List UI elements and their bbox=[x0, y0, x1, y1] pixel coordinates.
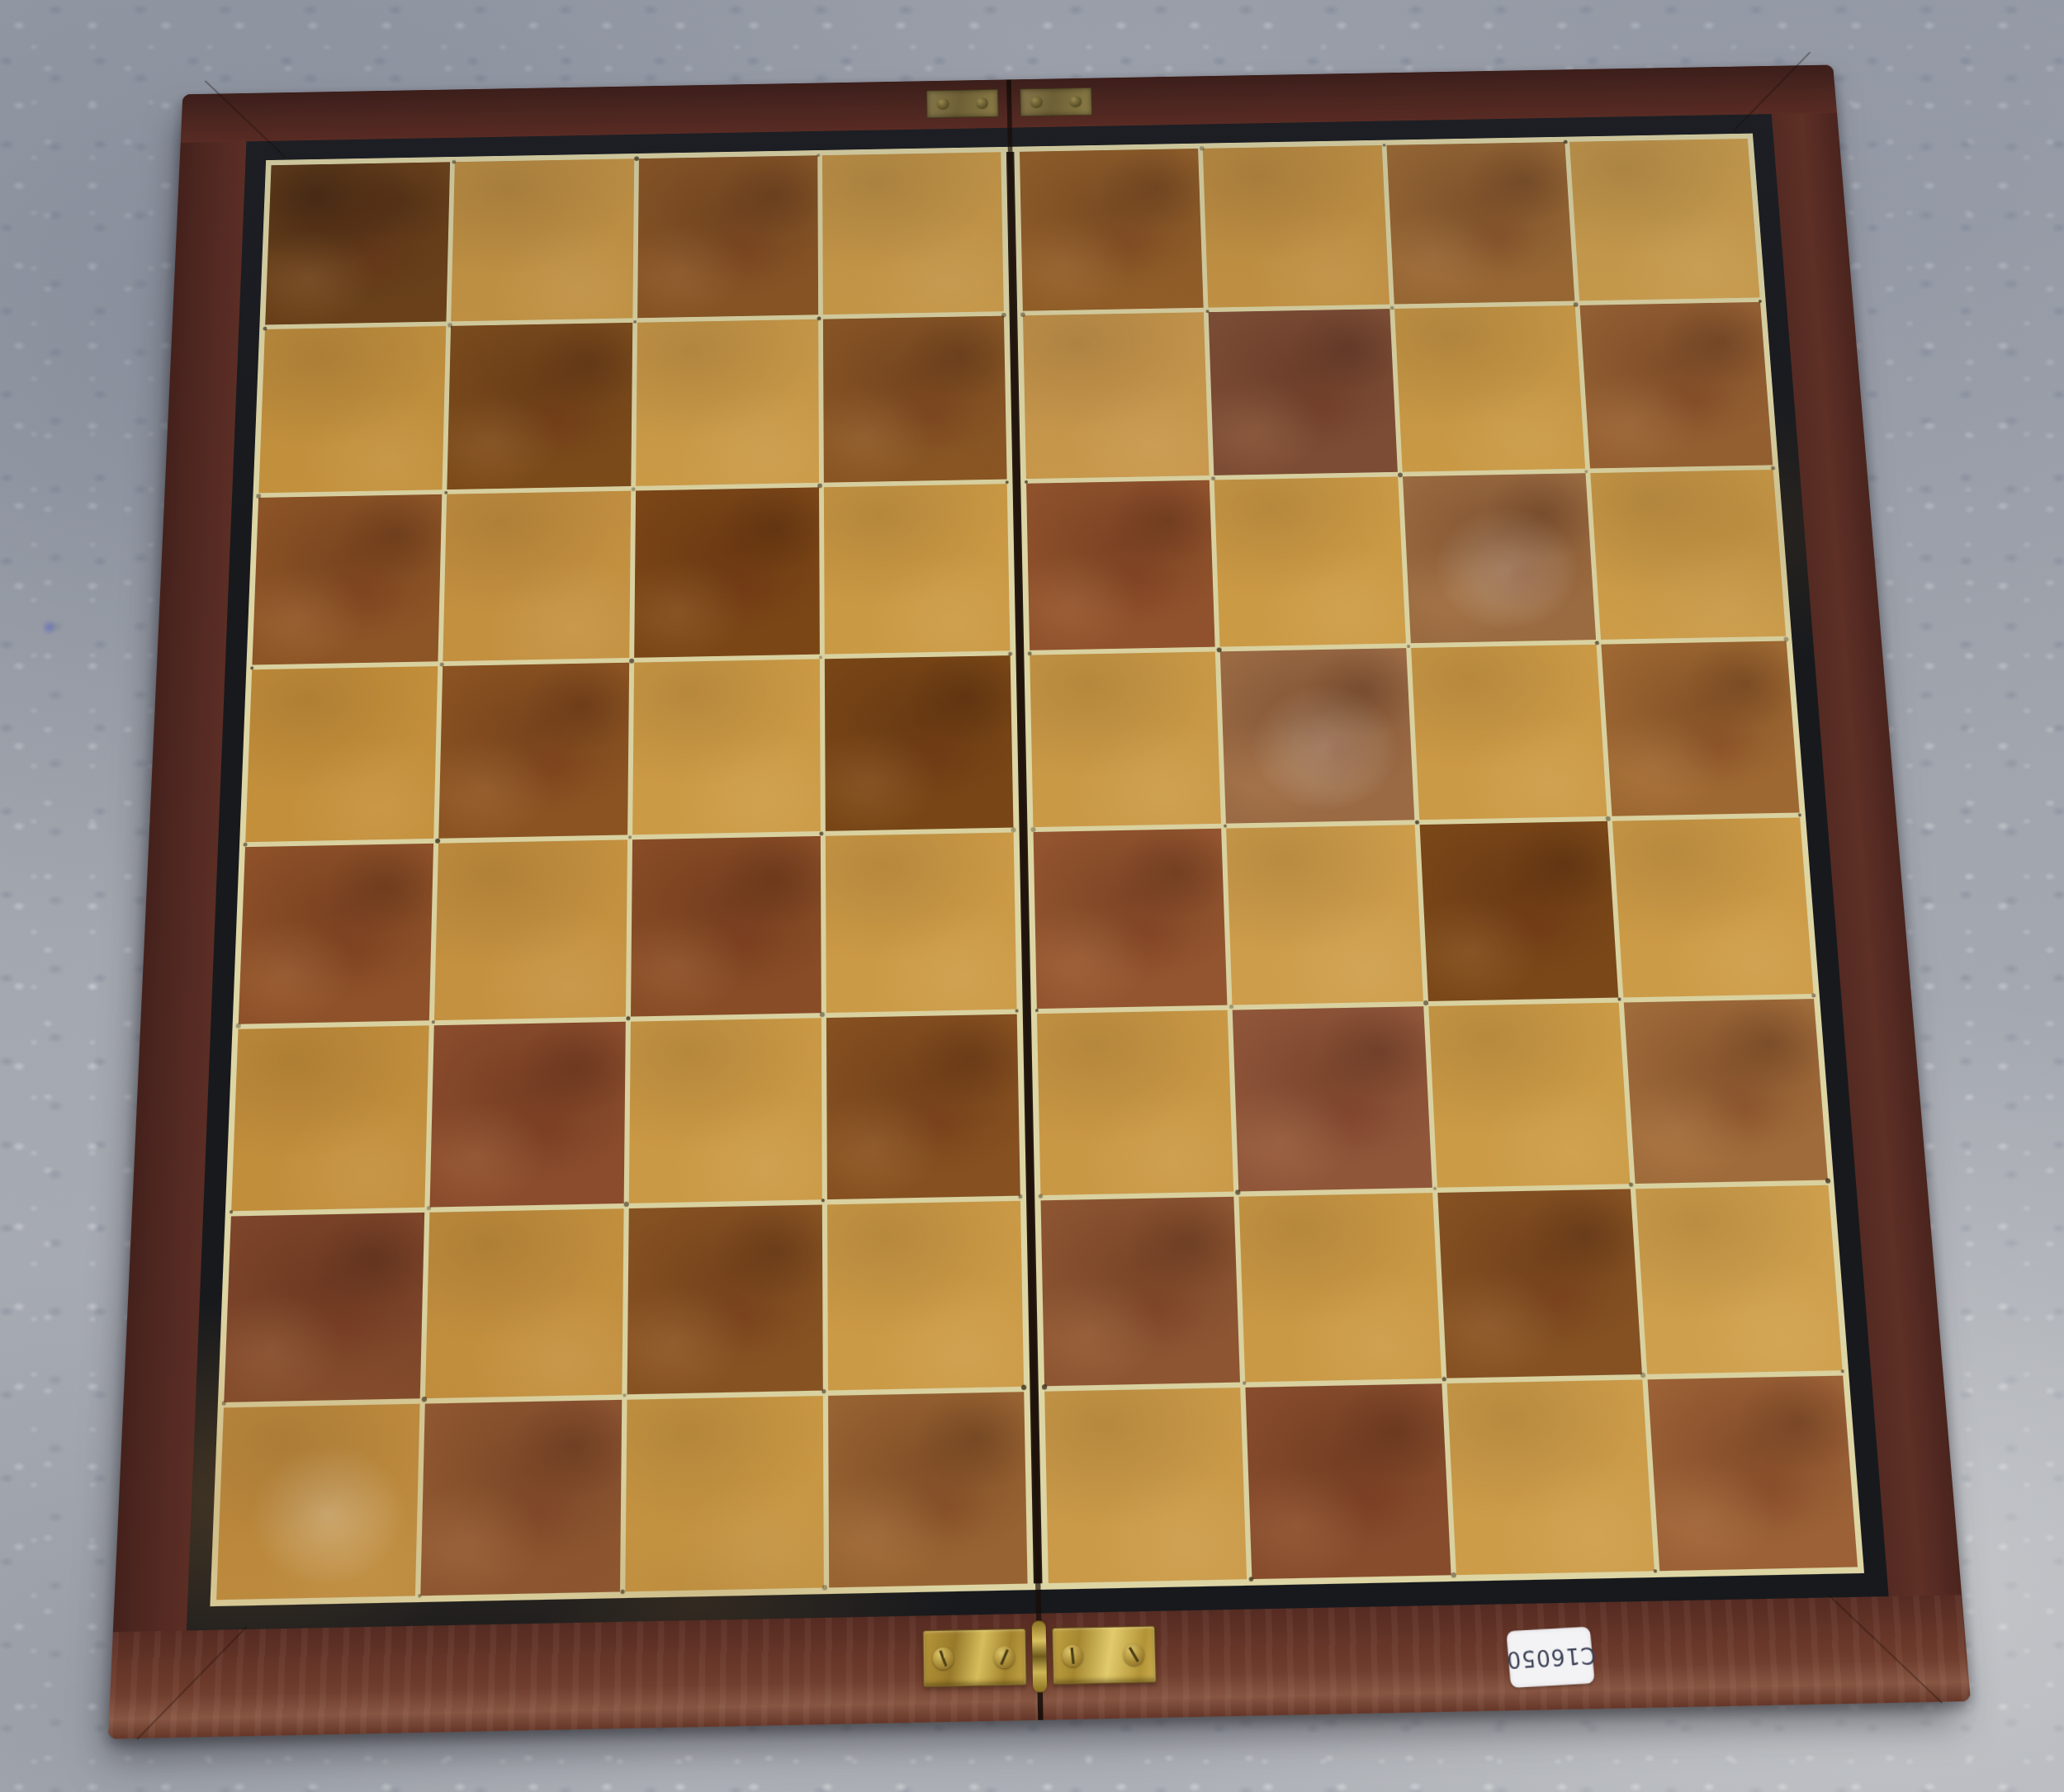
square-r1c8 bbox=[1569, 139, 1760, 300]
board-half-left bbox=[216, 152, 1034, 1600]
pin-dot bbox=[820, 831, 824, 835]
square-r2c1 bbox=[258, 326, 446, 493]
pin-dot bbox=[1441, 1377, 1446, 1381]
square-r7c7 bbox=[1437, 1189, 1642, 1378]
square-r1c6 bbox=[1203, 145, 1389, 307]
square-r2c3 bbox=[636, 319, 819, 486]
square-r4c7 bbox=[1411, 645, 1607, 820]
pin-dot bbox=[1015, 1009, 1019, 1013]
square-r2c2 bbox=[447, 323, 632, 489]
square-r2c6 bbox=[1209, 309, 1398, 475]
black-border-band bbox=[187, 114, 1889, 1630]
square-r8c1 bbox=[216, 1404, 420, 1600]
square-r6c6 bbox=[1233, 1006, 1432, 1191]
pin-dot bbox=[1224, 825, 1227, 828]
square-r3c3 bbox=[634, 487, 820, 658]
square-r5c7 bbox=[1419, 821, 1618, 1001]
square-r7c3 bbox=[627, 1204, 822, 1395]
square-r5c8 bbox=[1612, 817, 1814, 997]
square-r1c2 bbox=[451, 158, 633, 321]
square-r8c7 bbox=[1446, 1380, 1655, 1575]
pin-dot bbox=[626, 1016, 630, 1020]
pin-dot bbox=[243, 843, 247, 847]
square-r1c7 bbox=[1386, 142, 1574, 304]
pin-dot bbox=[633, 320, 637, 324]
square-r8c6 bbox=[1246, 1383, 1451, 1579]
square-r1c5 bbox=[1020, 149, 1204, 311]
pin-dot bbox=[236, 1024, 241, 1028]
square-r2c8 bbox=[1579, 302, 1773, 468]
square-r8c2 bbox=[421, 1400, 622, 1596]
pin-dot bbox=[820, 1012, 825, 1017]
square-r3c4 bbox=[824, 484, 1011, 655]
pin-dot bbox=[1811, 993, 1815, 997]
square-r7c4 bbox=[827, 1200, 1024, 1390]
square-r4c3 bbox=[632, 660, 821, 835]
square-r1c1 bbox=[265, 162, 450, 324]
square-r6c4 bbox=[826, 1014, 1020, 1199]
square-r8c8 bbox=[1647, 1376, 1858, 1571]
pin-dot bbox=[1798, 813, 1801, 816]
square-r8c5 bbox=[1044, 1388, 1247, 1583]
square-r1c3 bbox=[637, 155, 818, 318]
square-r8c3 bbox=[625, 1396, 824, 1591]
square-r6c3 bbox=[628, 1018, 821, 1203]
pin-dot bbox=[1035, 1009, 1039, 1012]
pin-dot bbox=[821, 1199, 825, 1202]
square-r5c2 bbox=[434, 839, 627, 1020]
square-r7c5 bbox=[1041, 1196, 1241, 1386]
square-r3c6 bbox=[1214, 476, 1406, 647]
square-r2c5 bbox=[1023, 312, 1210, 479]
carpet-background: C16050 bbox=[0, 0, 2064, 1792]
square-r6c2 bbox=[430, 1022, 626, 1207]
square-r7c1 bbox=[224, 1212, 424, 1402]
square-r4c5 bbox=[1030, 652, 1221, 827]
screw-icon bbox=[1030, 97, 1043, 108]
carpet-blue-speck bbox=[43, 617, 55, 637]
square-r7c8 bbox=[1636, 1184, 1843, 1374]
lot-sticker-label: C16050 bbox=[1504, 1641, 1597, 1672]
pin-dot bbox=[1423, 1000, 1427, 1005]
square-r5c5 bbox=[1034, 829, 1228, 1009]
gilt-border bbox=[210, 134, 1864, 1607]
pin-dot bbox=[230, 1210, 233, 1213]
square-r5c6 bbox=[1226, 825, 1423, 1005]
square-r3c8 bbox=[1590, 470, 1786, 641]
hinge-leaf-left bbox=[923, 1629, 1027, 1687]
pin-dot bbox=[1618, 997, 1621, 1000]
pin-dot bbox=[623, 1393, 626, 1397]
pin-dot bbox=[628, 835, 632, 839]
playing-area bbox=[216, 139, 1858, 1600]
hinge-knuckle bbox=[1032, 1620, 1048, 1692]
square-r6c5 bbox=[1037, 1009, 1233, 1194]
square-r3c2 bbox=[443, 490, 631, 661]
mahogany-frame: C16050 bbox=[108, 64, 1971, 1738]
screw-icon bbox=[1123, 1643, 1144, 1666]
pin-dot bbox=[1414, 820, 1418, 825]
pin-dot bbox=[1389, 306, 1394, 310]
square-r6c8 bbox=[1624, 999, 1828, 1184]
square-r5c3 bbox=[630, 836, 821, 1016]
folding-games-board: C16050 bbox=[108, 64, 1971, 1738]
pin-dot bbox=[432, 1020, 435, 1024]
screw-icon bbox=[936, 98, 949, 110]
pin-dot bbox=[819, 655, 822, 659]
screw-icon bbox=[994, 1646, 1015, 1668]
screw-icon bbox=[933, 1648, 954, 1670]
square-r5c4 bbox=[826, 832, 1017, 1012]
square-r5c1 bbox=[239, 844, 434, 1024]
square-r8c4 bbox=[828, 1392, 1028, 1587]
pin-dot bbox=[1382, 144, 1385, 147]
brass-plate-right bbox=[1020, 87, 1092, 116]
lot-sticker: C16050 bbox=[1506, 1626, 1594, 1688]
brass-hinge bbox=[923, 1619, 1157, 1695]
screw-icon bbox=[1069, 96, 1082, 107]
square-r4c8 bbox=[1601, 641, 1799, 816]
square-r7c6 bbox=[1239, 1193, 1441, 1383]
pin-dot bbox=[1229, 1005, 1233, 1009]
pin-dot bbox=[1432, 1187, 1436, 1190]
pin-dot bbox=[631, 487, 635, 491]
brass-plate-left bbox=[926, 89, 998, 118]
square-r2c7 bbox=[1394, 305, 1585, 471]
pin-dot bbox=[620, 1590, 624, 1595]
square-r2c4 bbox=[823, 315, 1007, 482]
board-half-right bbox=[1014, 139, 1858, 1583]
square-r3c5 bbox=[1026, 480, 1215, 650]
pin-dot bbox=[1407, 645, 1410, 648]
screw-icon bbox=[976, 97, 988, 109]
square-r6c7 bbox=[1428, 1002, 1630, 1187]
square-r4c6 bbox=[1220, 648, 1414, 823]
square-r3c7 bbox=[1402, 473, 1595, 644]
square-r3c1 bbox=[252, 494, 442, 664]
square-r4c4 bbox=[825, 655, 1014, 831]
screw-icon bbox=[1062, 1644, 1083, 1667]
square-r7c2 bbox=[425, 1208, 623, 1399]
square-r1c4 bbox=[822, 152, 1004, 314]
square-r6c1 bbox=[231, 1025, 429, 1211]
pin-dot bbox=[817, 154, 821, 157]
hinge-leaf-right bbox=[1052, 1626, 1157, 1685]
square-r4c1 bbox=[245, 666, 438, 842]
square-r4c2 bbox=[438, 663, 628, 839]
